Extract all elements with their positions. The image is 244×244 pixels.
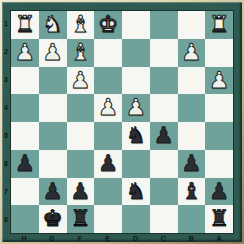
square-b4[interactable] [178, 94, 206, 122]
black-rook-piece[interactable]: ♜ [205, 205, 233, 233]
board-border: ♜♞♝♚♜♟♟♝♟♟♟♟♟♞♟♟♟♟♟♟♞♝♟♚♜♜ 12345678 HGFE… [2, 2, 242, 242]
square-h5[interactable] [11, 122, 39, 150]
square-e5[interactable] [94, 122, 122, 150]
black-pawn-piece[interactable]: ♟ [94, 150, 122, 178]
square-f8[interactable]: ♜ [67, 205, 95, 233]
square-f4[interactable] [67, 94, 95, 122]
square-h7[interactable] [11, 178, 39, 206]
square-g4[interactable] [39, 94, 67, 122]
square-g1[interactable]: ♞ [39, 11, 67, 39]
square-d7[interactable]: ♞ [122, 178, 150, 206]
square-g6[interactable] [39, 150, 67, 178]
file-label-b: B [177, 234, 205, 242]
square-g3[interactable] [39, 67, 67, 95]
white-rook-piece[interactable]: ♜ [205, 11, 233, 39]
white-pawn-piece[interactable]: ♟ [122, 94, 150, 122]
square-a4[interactable] [205, 94, 233, 122]
white-knight-piece[interactable]: ♞ [39, 11, 67, 39]
black-king-piece[interactable]: ♚ [39, 205, 67, 233]
black-pawn-piece[interactable]: ♟ [150, 122, 178, 150]
rank-label-5: 5 [2, 122, 10, 150]
square-f6[interactable] [67, 150, 95, 178]
square-d8[interactable] [122, 205, 150, 233]
square-b1[interactable] [178, 11, 206, 39]
square-c4[interactable] [150, 94, 178, 122]
square-h6[interactable]: ♟ [11, 150, 39, 178]
white-pawn-piece[interactable]: ♟ [205, 67, 233, 95]
white-pawn-piece[interactable]: ♟ [94, 94, 122, 122]
square-d1[interactable] [122, 11, 150, 39]
white-bishop-piece[interactable]: ♝ [67, 39, 95, 67]
white-pawn-piece[interactable]: ♟ [11, 39, 39, 67]
square-f2[interactable]: ♝ [67, 39, 95, 67]
square-b8[interactable] [178, 205, 206, 233]
square-d6[interactable] [122, 150, 150, 178]
black-bishop-piece[interactable]: ♝ [178, 178, 206, 206]
file-label-g: G [38, 234, 66, 242]
black-pawn-piece[interactable]: ♟ [11, 150, 39, 178]
square-e6[interactable]: ♟ [94, 150, 122, 178]
chess-board: ♜♞♝♚♜♟♟♝♟♟♟♟♟♞♟♟♟♟♟♟♞♝♟♚♜♜ [10, 10, 234, 234]
square-c7[interactable] [150, 178, 178, 206]
chess-board-frame: ♜♞♝♚♜♟♟♝♟♟♟♟♟♞♟♟♟♟♟♟♞♝♟♚♜♜ 12345678 HGFE… [0, 0, 244, 244]
square-f5[interactable] [67, 122, 95, 150]
square-g7[interactable]: ♟ [39, 178, 67, 206]
square-b6[interactable]: ♟ [178, 150, 206, 178]
rank-label-4: 4 [2, 94, 10, 122]
square-c6[interactable] [150, 150, 178, 178]
square-b2[interactable]: ♟ [178, 39, 206, 67]
file-label-d: D [122, 234, 150, 242]
square-h3[interactable] [11, 67, 39, 95]
black-pawn-piece[interactable]: ♟ [39, 178, 67, 206]
square-b7[interactable]: ♝ [178, 178, 206, 206]
square-a1[interactable]: ♜ [205, 11, 233, 39]
square-a6[interactable] [205, 150, 233, 178]
square-a3[interactable]: ♟ [205, 67, 233, 95]
square-f7[interactable]: ♟ [67, 178, 95, 206]
square-h8[interactable] [11, 205, 39, 233]
square-d4[interactable]: ♟ [122, 94, 150, 122]
square-c8[interactable] [150, 205, 178, 233]
white-king-piece[interactable]: ♚ [94, 11, 122, 39]
rank-label-7: 7 [2, 177, 10, 205]
square-d2[interactable] [122, 39, 150, 67]
white-bishop-piece[interactable]: ♝ [67, 11, 95, 39]
square-b3[interactable] [178, 67, 206, 95]
black-knight-piece[interactable]: ♞ [122, 122, 150, 150]
black-rook-piece[interactable]: ♜ [67, 205, 95, 233]
white-pawn-piece[interactable]: ♟ [39, 39, 67, 67]
square-f1[interactable]: ♝ [67, 11, 95, 39]
white-pawn-piece[interactable]: ♟ [178, 39, 206, 67]
white-rook-piece[interactable]: ♜ [11, 11, 39, 39]
square-c3[interactable] [150, 67, 178, 95]
square-d5[interactable]: ♞ [122, 122, 150, 150]
black-knight-piece[interactable]: ♞ [122, 178, 150, 206]
rank-label-1: 1 [2, 10, 10, 38]
square-e3[interactable] [94, 67, 122, 95]
square-f3[interactable]: ♟ [67, 67, 95, 95]
black-pawn-piece[interactable]: ♟ [205, 178, 233, 206]
square-b5[interactable] [178, 122, 206, 150]
black-pawn-piece[interactable]: ♟ [178, 150, 206, 178]
square-a8[interactable]: ♜ [205, 205, 233, 233]
rank-label-8: 8 [2, 205, 10, 233]
square-a2[interactable] [205, 39, 233, 67]
square-g5[interactable] [39, 122, 67, 150]
file-label-e: E [94, 234, 122, 242]
square-c2[interactable] [150, 39, 178, 67]
square-e1[interactable]: ♚ [94, 11, 122, 39]
file-label-h: H [10, 234, 38, 242]
square-a7[interactable]: ♟ [205, 178, 233, 206]
rank-label-2: 2 [2, 38, 10, 66]
square-g2[interactable]: ♟ [39, 39, 67, 67]
square-a5[interactable] [205, 122, 233, 150]
square-g8[interactable]: ♚ [39, 205, 67, 233]
rank-label-6: 6 [2, 149, 10, 177]
file-label-a: A [205, 234, 233, 242]
square-e7[interactable] [94, 178, 122, 206]
square-c1[interactable] [150, 11, 178, 39]
square-h1[interactable]: ♜ [11, 11, 39, 39]
square-h2[interactable]: ♟ [11, 39, 39, 67]
rank-label-3: 3 [2, 66, 10, 94]
black-pawn-piece[interactable]: ♟ [67, 178, 95, 206]
white-pawn-piece[interactable]: ♟ [67, 67, 95, 95]
square-e8[interactable] [94, 205, 122, 233]
file-label-f: F [66, 234, 94, 242]
square-e4[interactable]: ♟ [94, 94, 122, 122]
square-d3[interactable] [122, 67, 150, 95]
square-h4[interactable] [11, 94, 39, 122]
square-c5[interactable]: ♟ [150, 122, 178, 150]
square-e2[interactable] [94, 39, 122, 67]
file-label-c: C [149, 234, 177, 242]
